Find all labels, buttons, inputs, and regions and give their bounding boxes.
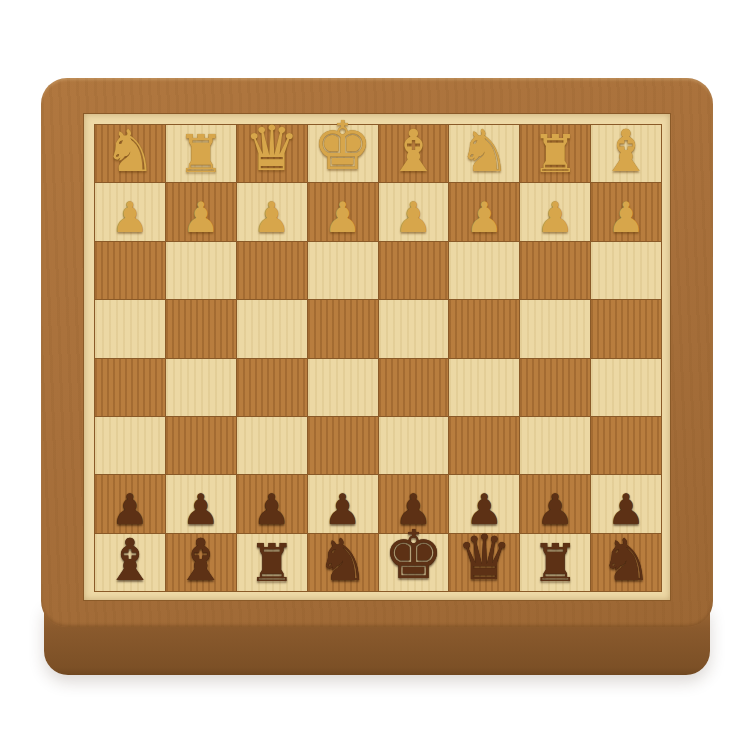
piece-black-pawn[interactable]: ♟ [536,489,574,531]
square-d2[interactable]: ♟ [308,475,378,532]
piece-black-king[interactable]: ♚ [383,522,443,589]
square-a1[interactable]: ♝ [95,534,165,591]
piece-white-pawn[interactable]: ♟ [182,197,220,239]
square-h6[interactable] [591,242,661,299]
square-f3[interactable] [449,417,519,474]
piece-white-bishop[interactable]: ♝ [387,122,439,180]
square-b2[interactable]: ♟ [166,475,236,532]
square-c6[interactable] [237,242,307,299]
square-g5[interactable] [520,300,590,357]
square-d3[interactable] [308,417,378,474]
piece-white-pawn[interactable]: ♟ [253,197,291,239]
square-g1[interactable]: ♜ [520,534,590,591]
square-e5[interactable] [379,300,449,357]
piece-white-bishop[interactable]: ♝ [600,122,652,180]
square-d6[interactable] [308,242,378,299]
square-e3[interactable] [379,417,449,474]
piece-white-rook[interactable]: ♜ [532,128,579,180]
square-c2[interactable]: ♟ [237,475,307,532]
square-e4[interactable] [379,359,449,416]
square-f7[interactable]: ♟ [449,183,519,240]
square-d1[interactable]: ♞ [308,534,378,591]
square-c7[interactable]: ♟ [237,183,307,240]
piece-black-queen[interactable]: ♛ [457,527,513,589]
piece-black-rook[interactable]: ♜ [532,537,579,589]
square-g6[interactable] [520,242,590,299]
piece-white-pawn[interactable]: ♟ [465,197,503,239]
piece-black-pawn[interactable]: ♟ [111,489,149,531]
square-b4[interactable] [166,359,236,416]
square-f8[interactable]: ♞ [449,125,519,182]
square-c1[interactable]: ♜ [237,534,307,591]
square-a2[interactable]: ♟ [95,475,165,532]
square-a6[interactable] [95,242,165,299]
square-c5[interactable] [237,300,307,357]
square-h2[interactable]: ♟ [591,475,661,532]
square-h1[interactable]: ♞ [591,534,661,591]
square-e1[interactable]: ♚ [379,534,449,591]
piece-black-bishop[interactable]: ♝ [104,531,156,589]
square-f4[interactable] [449,359,519,416]
piece-white-pawn[interactable]: ♟ [395,197,433,239]
square-b3[interactable] [166,417,236,474]
square-h3[interactable] [591,417,661,474]
square-d5[interactable] [308,300,378,357]
square-a5[interactable] [95,300,165,357]
square-d7[interactable]: ♟ [308,183,378,240]
piece-white-pawn[interactable]: ♟ [324,197,362,239]
piece-white-pawn[interactable]: ♟ [536,197,574,239]
square-f1[interactable]: ♛ [449,534,519,591]
board-inlay-border: ♞♜♛♚♝♞♜♝♟♟♟♟♟♟♟♟♟♟♟♟♟♟♟♟♝♝♜♞♚♛♜♞ [84,114,670,600]
piece-black-rook[interactable]: ♜ [248,537,295,589]
square-a3[interactable] [95,417,165,474]
square-d8[interactable]: ♚ [308,125,378,182]
square-g3[interactable] [520,417,590,474]
piece-white-queen[interactable]: ♛ [244,118,300,180]
piece-black-pawn[interactable]: ♟ [607,489,645,531]
square-e6[interactable] [379,242,449,299]
piece-white-rook[interactable]: ♜ [178,128,225,180]
piece-black-pawn[interactable]: ♟ [182,489,220,531]
square-b5[interactable] [166,300,236,357]
product-photo: ♞♜♛♚♝♞♜♝♟♟♟♟♟♟♟♟♟♟♟♟♟♟♟♟♝♝♜♞♚♛♜♞ [0,0,755,755]
piece-white-knight[interactable]: ♞ [104,122,156,180]
square-e8[interactable]: ♝ [379,125,449,182]
chess-board: ♞♜♛♚♝♞♜♝♟♟♟♟♟♟♟♟♟♟♟♟♟♟♟♟♝♝♜♞♚♛♜♞ [41,78,713,675]
square-h8[interactable]: ♝ [591,125,661,182]
square-c3[interactable] [237,417,307,474]
piece-black-bishop[interactable]: ♝ [175,531,227,589]
square-a4[interactable] [95,359,165,416]
square-e7[interactable]: ♟ [379,183,449,240]
board-grid: ♞♜♛♚♝♞♜♝♟♟♟♟♟♟♟♟♟♟♟♟♟♟♟♟♝♝♜♞♚♛♜♞ [94,124,662,592]
piece-black-pawn[interactable]: ♟ [253,489,291,531]
square-c8[interactable]: ♛ [237,125,307,182]
square-d4[interactable] [308,359,378,416]
square-a7[interactable]: ♟ [95,183,165,240]
board-top-face: ♞♜♛♚♝♞♜♝♟♟♟♟♟♟♟♟♟♟♟♟♟♟♟♟♝♝♜♞♚♛♜♞ [41,78,713,627]
piece-black-pawn[interactable]: ♟ [324,489,362,531]
square-g2[interactable]: ♟ [520,475,590,532]
piece-white-pawn[interactable]: ♟ [111,197,149,239]
square-h4[interactable] [591,359,661,416]
piece-white-king[interactable]: ♚ [313,113,373,180]
square-c4[interactable] [237,359,307,416]
square-b6[interactable] [166,242,236,299]
piece-black-knight[interactable]: ♞ [317,531,369,589]
piece-white-pawn[interactable]: ♟ [607,197,645,239]
square-g4[interactable] [520,359,590,416]
square-g8[interactable]: ♜ [520,125,590,182]
square-b1[interactable]: ♝ [166,534,236,591]
square-b8[interactable]: ♜ [166,125,236,182]
piece-black-knight[interactable]: ♞ [600,531,652,589]
square-h5[interactable] [591,300,661,357]
square-f5[interactable] [449,300,519,357]
square-a8[interactable]: ♞ [95,125,165,182]
square-g7[interactable]: ♟ [520,183,590,240]
piece-white-knight[interactable]: ♞ [458,122,510,180]
square-b7[interactable]: ♟ [166,183,236,240]
square-h7[interactable]: ♟ [591,183,661,240]
square-f6[interactable] [449,242,519,299]
